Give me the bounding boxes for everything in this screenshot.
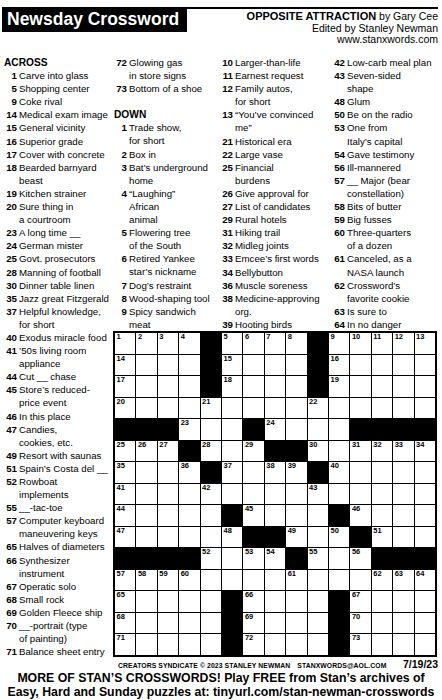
clue-number: 20 <box>4 200 17 213</box>
grid-cell[interactable]: 12 <box>393 333 413 354</box>
clue-text: Bits of butter <box>347 201 401 212</box>
grid-cell[interactable]: 72 <box>243 634 263 655</box>
grid-cell-number: 8 <box>288 333 292 342</box>
grid-cell[interactable]: 15 <box>222 355 242 376</box>
crossword-grid: 1234567891011121314151617181920212223242… <box>113 331 437 657</box>
grid-cell[interactable] <box>179 505 199 526</box>
clue-text: Spain’s Costa del __ <box>19 463 108 474</box>
grid-cell[interactable] <box>350 398 370 419</box>
grid-cell[interactable] <box>243 570 263 591</box>
grid-cell[interactable]: 41 <box>115 484 135 505</box>
clue-number: 18 <box>4 161 17 174</box>
grid-cell[interactable]: 9 <box>329 333 349 354</box>
clue-number: 23 <box>4 226 17 239</box>
clue-text: Bat’s underground home <box>129 162 208 186</box>
grid-cell[interactable]: 36 <box>179 462 199 483</box>
grid-cell[interactable]: 57 <box>115 570 135 591</box>
grid-cell-number: 72 <box>245 634 253 643</box>
clue-item: 50Be on the radio <box>332 108 439 121</box>
grid-cell[interactable]: 42 <box>201 484 221 505</box>
byline: by Gary Cee <box>376 10 438 22</box>
grid-cell[interactable] <box>179 591 199 612</box>
grid-cell[interactable] <box>350 484 370 505</box>
grid-cell[interactable] <box>201 634 221 655</box>
grid-cell[interactable] <box>372 376 392 397</box>
grid-cell[interactable]: 32 <box>372 441 392 462</box>
grid-cell[interactable] <box>136 527 156 548</box>
grid-cell[interactable] <box>286 355 306 376</box>
grid-cell-black <box>286 441 306 462</box>
clue-text: Resort with saunas <box>19 450 101 461</box>
grid-cell-number: 24 <box>266 419 274 428</box>
grid-cell[interactable]: 21 <box>201 398 221 419</box>
grid-cell[interactable] <box>415 484 435 505</box>
grid-cell[interactable]: 46 <box>350 505 370 526</box>
grid-cell[interactable] <box>393 634 413 655</box>
grid-cell[interactable]: 64 <box>415 570 435 591</box>
clue-number: 42 <box>332 56 345 69</box>
grid-cell[interactable]: 5 <box>222 333 242 354</box>
grid-cell[interactable] <box>415 613 435 634</box>
grid-cell[interactable]: 60 <box>179 570 199 591</box>
clue-item: 14Medical exam image <box>4 108 114 121</box>
grid-cell[interactable] <box>179 634 199 655</box>
grid-cell-black <box>329 505 349 526</box>
grid-cell[interactable]: 38 <box>265 462 285 483</box>
grid-cell[interactable] <box>158 355 178 376</box>
grid-cell[interactable] <box>372 613 392 634</box>
grid-cell[interactable] <box>179 398 199 419</box>
grid-cell[interactable]: 37 <box>222 462 242 483</box>
clue-item: 34Bellybutton <box>220 266 331 279</box>
grid-cell[interactable] <box>350 376 370 397</box>
grid-cell[interactable] <box>136 376 156 397</box>
grid-cell[interactable] <box>350 570 370 591</box>
grid-cell[interactable]: 49 <box>286 527 306 548</box>
grid-cell[interactable]: 40 <box>329 462 349 483</box>
clue-number: 9 <box>4 95 17 108</box>
grid-cell-number: 61 <box>288 570 296 579</box>
grid-cell-number: 69 <box>245 613 253 622</box>
clue-number: 28 <box>4 266 17 279</box>
grid-cell[interactable]: 1 <box>115 333 135 354</box>
grid-cell-black <box>222 591 242 612</box>
grid-cell-black <box>243 527 263 548</box>
grid-cell[interactable] <box>136 613 156 634</box>
clue-number: 27 <box>220 200 233 213</box>
grid-cell[interactable]: 7 <box>265 333 285 354</box>
clue-number: 21 <box>220 135 233 148</box>
grid-cell[interactable]: 26 <box>136 441 156 462</box>
clue-item: 66Synthesizer instrument <box>4 554 114 580</box>
grid-cell[interactable] <box>286 419 306 440</box>
grid-cell[interactable] <box>222 441 242 462</box>
grid-cell[interactable] <box>286 613 306 634</box>
grid-cell[interactable] <box>415 355 435 376</box>
grid-cell-number: 55 <box>309 548 317 557</box>
grid-cell[interactable] <box>286 591 306 612</box>
clue-item: 65Halves of diameters <box>4 540 114 553</box>
clue-number: 61 <box>332 252 345 265</box>
clue-text: Jazz great Fitzgerald <box>19 293 109 304</box>
grid-cell[interactable]: 13 <box>415 333 435 354</box>
grid-cell[interactable] <box>243 484 263 505</box>
grid-cell[interactable] <box>286 398 306 419</box>
grid-cell[interactable] <box>393 505 413 526</box>
grid-cell[interactable]: 28 <box>201 441 221 462</box>
grid-cell[interactable] <box>329 441 349 462</box>
grid-cell[interactable] <box>158 484 178 505</box>
grid-cell[interactable]: 70 <box>350 613 370 634</box>
grid-cell[interactable] <box>158 613 178 634</box>
grid-cell-number: 65 <box>117 591 125 600</box>
grid-cell[interactable]: 11 <box>372 333 392 354</box>
grid-cell[interactable]: 39 <box>286 462 306 483</box>
grid-cell[interactable] <box>415 527 435 548</box>
grid-cell[interactable] <box>308 419 328 440</box>
clue-text: Exodus miracle food <box>19 332 107 343</box>
grid-cell[interactable] <box>136 634 156 655</box>
grid-cell[interactable] <box>329 570 349 591</box>
grid-cell-number: 19 <box>330 376 338 385</box>
grid-cell[interactable]: 31 <box>350 441 370 462</box>
grid-cell-number: 37 <box>223 462 231 471</box>
grid-cell[interactable] <box>308 505 328 526</box>
clue-item: 52Rowboat implements <box>4 475 114 501</box>
grid-cell[interactable] <box>393 462 413 483</box>
down-header: DOWN <box>114 108 218 121</box>
grid-cell[interactable] <box>201 527 221 548</box>
clue-text: Kitchen strainer <box>19 188 86 199</box>
grid-cell[interactable] <box>372 462 392 483</box>
grid-cell[interactable] <box>222 398 242 419</box>
grid-cell[interactable]: 19 <box>329 376 349 397</box>
grid-cell[interactable] <box>158 398 178 419</box>
grid-cell[interactable] <box>201 591 221 612</box>
grid-cell[interactable]: 6 <box>243 333 263 354</box>
grid-cell[interactable]: 56 <box>350 548 370 569</box>
clue-item: 7Dog’s restraint <box>114 279 218 292</box>
grid-cell[interactable]: 47 <box>115 527 135 548</box>
clue-column-4: 42Low-carb meal plan43Seven-sided shape4… <box>332 56 439 331</box>
grid-cell[interactable] <box>372 484 392 505</box>
grid-cell[interactable] <box>136 505 156 526</box>
grid-cell-black <box>243 419 263 440</box>
grid-cell[interactable]: 10 <box>350 333 370 354</box>
grid-cell[interactable] <box>136 591 156 612</box>
grid-cell-number: 30 <box>309 441 317 450</box>
clue-item: 56Ill-mannered <box>332 161 439 174</box>
clue-text: Big fusses <box>347 214 392 225</box>
grid-cell[interactable] <box>329 419 349 440</box>
clue-column-1: ACROSS1Carve into glass5Shopping center9… <box>4 56 114 658</box>
grid-cell[interactable]: 51 <box>372 527 392 548</box>
header-rule <box>158 7 438 9</box>
grid-cell[interactable] <box>415 462 435 483</box>
grid-cell[interactable]: 69 <box>243 613 263 634</box>
grid-cell[interactable] <box>179 484 199 505</box>
grid-cell-number: 60 <box>181 570 189 579</box>
clue-number: 59 <box>332 213 345 226</box>
clue-number: 43 <box>332 69 345 82</box>
clue-item: 18Bearded barnyard beast <box>4 161 114 187</box>
grid-cell[interactable] <box>179 527 199 548</box>
grid-cell[interactable] <box>415 398 435 419</box>
clue-item: 30Dinner table linen <box>4 279 114 292</box>
puzzle-title-line: OPPOSITE ATTRACTION by Gary Cee <box>247 11 438 23</box>
grid-cell[interactable] <box>393 376 413 397</box>
grid-cell[interactable] <box>222 419 242 440</box>
grid-cell[interactable] <box>265 505 285 526</box>
grid-cell[interactable]: 18 <box>222 376 242 397</box>
grid-cell[interactable]: 48 <box>222 527 242 548</box>
grid-cell[interactable] <box>329 484 349 505</box>
grid-cell[interactable] <box>393 613 413 634</box>
grid-cell[interactable]: 44 <box>115 505 135 526</box>
clue-number: 44 <box>4 370 17 383</box>
grid-cell[interactable]: 25 <box>115 441 135 462</box>
grid-cell[interactable]: 8 <box>286 333 306 354</box>
grid-cell[interactable] <box>265 634 285 655</box>
grid-cell[interactable]: 63 <box>393 570 413 591</box>
clue-number: 39 <box>220 318 233 331</box>
grid-cell[interactable] <box>393 591 413 612</box>
grid-cell[interactable]: 27 <box>158 441 178 462</box>
clue-number: 29 <box>220 213 233 226</box>
grid-cell-black <box>372 548 392 569</box>
clue-number: 48 <box>332 95 345 108</box>
grid-cell[interactable] <box>265 355 285 376</box>
grid-cell[interactable] <box>201 613 221 634</box>
clue-item: 21Historical era <box>220 135 331 148</box>
grid-cell[interactable]: 66 <box>243 591 263 612</box>
grid-cell[interactable]: 20 <box>115 398 135 419</box>
clue-number: 50 <box>332 108 345 121</box>
grid-cell[interactable] <box>265 484 285 505</box>
grid-cell[interactable]: 53 <box>243 548 263 569</box>
grid-cell[interactable] <box>329 548 349 569</box>
grid-cell[interactable] <box>393 527 413 548</box>
grid-cell-number: 57 <box>117 570 125 579</box>
grid-cell[interactable] <box>265 398 285 419</box>
grid-cell[interactable] <box>158 462 178 483</box>
grid-cell[interactable]: 52 <box>201 548 221 569</box>
grid-cell[interactable] <box>286 376 306 397</box>
grid-cell[interactable] <box>136 355 156 376</box>
grid-cell[interactable]: 34 <box>415 441 435 462</box>
grid-cell[interactable] <box>415 376 435 397</box>
clue-text: Shopping center <box>19 83 90 94</box>
clue-number: 45 <box>4 383 17 396</box>
grid-cell[interactable] <box>222 548 242 569</box>
grid-cell-number: 23 <box>181 419 189 428</box>
grid-cell-number: 2 <box>138 333 142 342</box>
grid-cell[interactable] <box>308 634 328 655</box>
clue-item: 39Hooting birds <box>220 318 331 331</box>
grid-cell-number: 27 <box>159 441 167 450</box>
clue-number: 9 <box>114 305 127 318</box>
clue-number: 22 <box>220 148 233 161</box>
grid-cell[interactable] <box>265 591 285 612</box>
clue-number: 47 <box>4 423 17 436</box>
clue-text: __-portrait (type of painting) <box>19 620 87 644</box>
grid-cell[interactable] <box>286 634 306 655</box>
clue-number: 36 <box>220 279 233 292</box>
contact-email: STANXWORDS@AOL.COM <box>297 662 386 669</box>
grid-cell[interactable] <box>350 462 370 483</box>
clue-column-3: 10Larger-than-life11Earnest request12Fam… <box>220 56 331 331</box>
grid-cell[interactable] <box>265 613 285 634</box>
grid-cell[interactable] <box>393 355 413 376</box>
grid-cell-number: 71 <box>117 634 125 643</box>
clue-text: Give approval for <box>235 188 309 199</box>
grid-cell-number: 64 <box>416 570 424 579</box>
clue-text: Synthesizer instrument <box>19 555 70 579</box>
grid-cell[interactable]: 59 <box>158 570 178 591</box>
clue-text: Superior grade <box>19 136 83 147</box>
grid-cell[interactable] <box>158 634 178 655</box>
grid-cell[interactable] <box>222 484 242 505</box>
grid-cell[interactable]: 17 <box>115 376 135 397</box>
grid-cell[interactable] <box>243 355 263 376</box>
grid-cell[interactable] <box>201 505 221 526</box>
grid-cell[interactable]: 35 <box>115 462 135 483</box>
grid-cell[interactable] <box>179 376 199 397</box>
grid-cell[interactable]: 62 <box>372 570 392 591</box>
grid-cell[interactable] <box>243 398 263 419</box>
grid-cell[interactable] <box>243 462 263 483</box>
grid-cell[interactable] <box>158 527 178 548</box>
clue-text: Glowing gas in store signs <box>129 57 186 81</box>
grid-cell[interactable] <box>158 505 178 526</box>
grid-cell-black <box>222 613 242 634</box>
clue-item: 38Medicine-approving org. <box>220 292 331 318</box>
grid-cell[interactable]: 23 <box>179 419 199 440</box>
grid-cell[interactable]: 16 <box>329 355 349 376</box>
grid-cell[interactable] <box>136 484 156 505</box>
grid-cell-black <box>136 419 156 440</box>
grid-cell[interactable] <box>265 570 285 591</box>
grid-cell[interactable]: 65 <box>115 591 135 612</box>
grid-cell[interactable] <box>179 355 199 376</box>
grid-cell-black <box>201 376 221 397</box>
clue-number: 57 <box>4 514 17 527</box>
grid-cell-number: 22 <box>309 398 317 407</box>
grid-cell[interactable]: 3 <box>158 333 178 354</box>
clue-number: 68 <box>4 593 17 606</box>
grid-cell[interactable]: 55 <box>308 548 328 569</box>
clue-item: 40Exodus miracle food <box>4 331 114 344</box>
clue-text: Coke rival <box>19 96 62 107</box>
grid-cell[interactable] <box>286 505 306 526</box>
clue-number: 34 <box>220 266 233 279</box>
grid-cell[interactable] <box>393 484 413 505</box>
grid-cell[interactable]: 67 <box>350 591 370 612</box>
grid-cell[interactable] <box>372 505 392 526</box>
grid-cell-black <box>329 591 349 612</box>
clue-number: 33 <box>220 252 233 265</box>
clue-item: 61Canceled, as a NASA launch <box>332 252 439 278</box>
grid-cell[interactable]: 29 <box>243 441 263 462</box>
clue-item: 6Retired Yankee star’s nickname <box>114 252 218 278</box>
clue-number: 25 <box>220 161 233 174</box>
grid-cell[interactable] <box>136 398 156 419</box>
grid-cell[interactable]: 33 <box>393 441 413 462</box>
grid-cell-black <box>158 419 178 440</box>
grid-cell[interactable]: 71 <box>115 634 135 655</box>
grid-cell[interactable] <box>415 505 435 526</box>
grid-cell[interactable] <box>158 376 178 397</box>
syndicate-text: CREATORS SYNDICATE © 2023 STANLEY NEWMAN <box>118 662 290 669</box>
grid-cell[interactable] <box>308 527 328 548</box>
clue-item: 22Large vase <box>220 148 331 161</box>
across-header: ACROSS <box>4 56 114 69</box>
clue-item: 28Manning of football <box>4 266 114 279</box>
grid-cell[interactable] <box>350 355 370 376</box>
grid-cell[interactable]: 45 <box>243 505 263 526</box>
masthead-title: Newsday Crossword <box>2 7 187 32</box>
clue-text: Computer keyboard maneuvering keys <box>19 515 104 539</box>
grid-cell[interactable] <box>265 376 285 397</box>
grid-cell[interactable] <box>415 634 435 655</box>
grid-cell[interactable] <box>372 634 392 655</box>
clue-item: 51Spain’s Costa del __ <box>4 462 114 475</box>
grid-cell[interactable]: 50 <box>329 527 349 548</box>
grid-cell[interactable]: 14 <box>115 355 135 376</box>
grid-cell[interactable] <box>201 570 221 591</box>
clue-item: 9Spicy sandwich meat <box>114 305 218 331</box>
grid-cell[interactable]: 58 <box>136 570 156 591</box>
grid-cell[interactable] <box>308 570 328 591</box>
grid-cell[interactable]: 68 <box>115 613 135 634</box>
clue-item: 2Box in <box>114 148 218 161</box>
grid-cell[interactable] <box>308 591 328 612</box>
grid-cell[interactable] <box>372 355 392 376</box>
grid-cell-black <box>308 333 328 354</box>
grid-cell[interactable] <box>308 613 328 634</box>
grid-cell[interactable] <box>158 591 178 612</box>
grid-cell[interactable] <box>243 376 263 397</box>
clue-number: 58 <box>332 200 345 213</box>
grid-cell[interactable]: 24 <box>265 419 285 440</box>
clue-item: 19Kitchen strainer <box>4 187 114 200</box>
grid-cell[interactable] <box>393 398 413 419</box>
grid-cell[interactable] <box>415 591 435 612</box>
grid-cell[interactable] <box>222 570 242 591</box>
grid-cell[interactable] <box>372 591 392 612</box>
grid-cell[interactable] <box>286 484 306 505</box>
clue-number: 31 <box>220 226 233 239</box>
grid-cell[interactable] <box>329 398 349 419</box>
grid-cell[interactable]: 4 <box>179 333 199 354</box>
clue-item: 32Midleg joints <box>220 239 331 252</box>
grid-cell[interactable]: 30 <box>308 441 328 462</box>
grid-cell[interactable]: 22 <box>308 398 328 419</box>
grid-cell[interactable] <box>136 462 156 483</box>
clue-text: Rowboat implements <box>19 476 69 500</box>
grid-cell[interactable]: 54 <box>265 548 285 569</box>
grid-cell[interactable] <box>201 419 221 440</box>
grid-cell-black <box>265 527 285 548</box>
grid-cell-black <box>393 548 413 569</box>
grid-cell-black <box>415 548 435 569</box>
grid-cell[interactable]: 2 <box>136 333 156 354</box>
grid-cell[interactable] <box>179 613 199 634</box>
grid-cell[interactable]: 61 <box>286 570 306 591</box>
grid-cell[interactable] <box>372 398 392 419</box>
grid-cell[interactable]: 43 <box>308 484 328 505</box>
grid-cell[interactable]: 73 <box>350 634 370 655</box>
